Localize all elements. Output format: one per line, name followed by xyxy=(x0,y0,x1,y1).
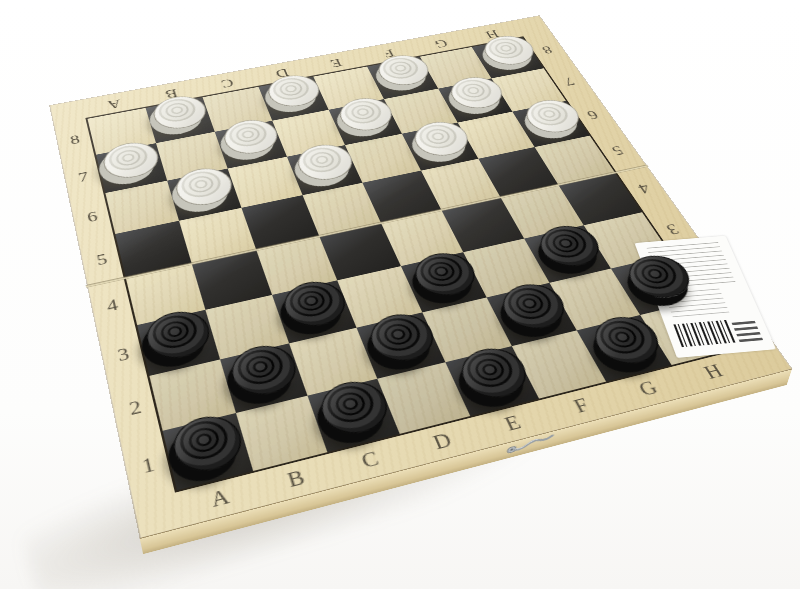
square-b4 xyxy=(192,250,272,310)
square-f1 xyxy=(512,330,606,398)
square-a5 xyxy=(115,221,192,278)
square-d1 xyxy=(377,362,470,434)
barcode-number-glyphs xyxy=(731,319,763,342)
square-b1 xyxy=(236,396,327,471)
product-photo-scene: ABCDEFGH ABCDEFGH 87654321 87654321 xyxy=(0,0,800,589)
checkers-board: ABCDEFGH ABCDEFGH 87654321 87654321 xyxy=(50,16,791,538)
square-d4 xyxy=(319,223,401,280)
